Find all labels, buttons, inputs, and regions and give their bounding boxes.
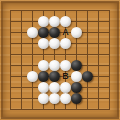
intersection-6-1[interactable] (71, 16, 82, 27)
white-stone (60, 38, 71, 49)
intersection-2-2 (27, 27, 38, 38)
intersection-7-8[interactable] (82, 93, 93, 104)
intersection-3-5 (38, 60, 49, 71)
black-stone (71, 93, 82, 104)
black-stone (49, 71, 60, 82)
intersection-3-7 (38, 82, 49, 93)
intersection-6-2 (71, 27, 82, 38)
intersection-2-6 (27, 71, 38, 82)
intersection-4-1 (49, 16, 60, 27)
intersection-2-4[interactable] (27, 49, 38, 60)
intersection-2-1[interactable] (27, 16, 38, 27)
black-stone (38, 71, 49, 82)
intersection-9-7[interactable] (104, 82, 115, 93)
intersection-9-3[interactable] (104, 38, 115, 49)
intersection-0-6[interactable] (5, 71, 16, 82)
intersection-6-4[interactable] (71, 49, 82, 60)
intersection-2-8[interactable] (27, 93, 38, 104)
intersection-4-6 (49, 71, 60, 82)
intersection-2-0[interactable] (27, 5, 38, 16)
intersection-6-0[interactable] (71, 5, 82, 16)
white-stone (49, 82, 60, 93)
intersection-7-7[interactable] (82, 82, 93, 93)
white-stone (71, 27, 82, 38)
intersection-9-6[interactable] (104, 71, 115, 82)
intersection-4-3 (49, 38, 60, 49)
intersection-3-0[interactable] (38, 5, 49, 16)
intersection-3-6 (38, 71, 49, 82)
intersection-4-4[interactable] (49, 49, 60, 60)
intersection-6-6 (71, 71, 82, 82)
intersection-7-0[interactable] (82, 5, 93, 16)
stones-layer: AB (5, 5, 115, 115)
intersection-1-6[interactable] (16, 71, 27, 82)
intersection-0-3[interactable] (5, 38, 16, 49)
intersection-8-4[interactable] (93, 49, 104, 60)
intersection-5-7 (60, 82, 71, 93)
intersection-8-9[interactable] (93, 104, 104, 115)
intersection-0-7[interactable] (5, 82, 16, 93)
white-stone (27, 71, 38, 82)
intersection-7-4[interactable] (82, 49, 93, 60)
intersection-8-7[interactable] (93, 82, 104, 93)
intersection-9-5[interactable] (104, 60, 115, 71)
intersection-5-2[interactable]: A (60, 27, 71, 38)
intersection-0-4[interactable] (5, 49, 16, 60)
go-board[interactable]: AB (0, 0, 120, 120)
white-stone (60, 93, 71, 104)
intersection-5-9[interactable] (60, 104, 71, 115)
intersection-3-8 (38, 93, 49, 104)
white-stone (49, 60, 60, 71)
intersection-0-0[interactable] (5, 5, 16, 16)
intersection-4-7 (49, 82, 60, 93)
intersection-8-0[interactable] (93, 5, 104, 16)
intersection-5-0[interactable] (60, 5, 71, 16)
intersection-1-7[interactable] (16, 82, 27, 93)
white-stone (60, 82, 71, 93)
intersection-7-1[interactable] (82, 16, 93, 27)
intersection-4-5 (49, 60, 60, 71)
intersection-5-4[interactable] (60, 49, 71, 60)
intersection-4-2 (49, 27, 60, 38)
intersection-7-5[interactable] (82, 60, 93, 71)
intersection-0-2[interactable] (5, 27, 16, 38)
intersection-4-9[interactable] (49, 104, 60, 115)
intersection-6-9[interactable] (71, 104, 82, 115)
intersection-5-3 (60, 38, 71, 49)
intersection-2-7[interactable] (27, 82, 38, 93)
intersection-2-9[interactable] (27, 104, 38, 115)
intersection-0-5[interactable] (5, 60, 16, 71)
intersection-8-1[interactable] (93, 16, 104, 27)
white-stone (27, 27, 38, 38)
white-stone (38, 60, 49, 71)
intersection-9-8[interactable] (104, 93, 115, 104)
intersection-0-1[interactable] (5, 16, 16, 27)
black-stone (38, 27, 49, 38)
intersection-8-3[interactable] (93, 38, 104, 49)
intersection-4-0[interactable] (49, 5, 60, 16)
intersection-8-8[interactable] (93, 93, 104, 104)
intersection-5-8 (60, 93, 71, 104)
intersection-1-2[interactable] (16, 27, 27, 38)
intersection-9-2[interactable] (104, 27, 115, 38)
intersection-0-9[interactable] (5, 104, 16, 115)
intersection-0-8[interactable] (5, 93, 16, 104)
intersection-2-3[interactable] (27, 38, 38, 49)
intersection-3-9[interactable] (38, 104, 49, 115)
white-stone (38, 82, 49, 93)
white-stone (60, 60, 71, 71)
intersection-9-9[interactable] (104, 104, 115, 115)
intersection-1-5[interactable] (16, 60, 27, 71)
black-stone (82, 71, 93, 82)
intersection-1-0[interactable] (16, 5, 27, 16)
white-stone (38, 16, 49, 27)
go-game-screenshot: AB (0, 0, 120, 120)
intersection-3-3 (38, 38, 49, 49)
black-stone (49, 27, 60, 38)
intersection-7-6 (82, 71, 93, 82)
white-stone (71, 71, 82, 82)
intersection-5-6[interactable]: B (60, 71, 71, 82)
intersection-7-9[interactable] (82, 104, 93, 115)
point-label-B: B (62, 72, 69, 81)
white-stone (49, 16, 60, 27)
intersection-2-5[interactable] (27, 60, 38, 71)
intersection-1-8[interactable] (16, 93, 27, 104)
intersection-9-4[interactable] (104, 49, 115, 60)
intersection-1-9[interactable] (16, 104, 27, 115)
point-label-A: A (62, 28, 69, 37)
intersection-9-1[interactable] (104, 16, 115, 27)
intersection-6-7 (71, 82, 82, 93)
intersection-7-3[interactable] (82, 38, 93, 49)
intersection-3-4[interactable] (38, 49, 49, 60)
white-stone (38, 38, 49, 49)
intersection-3-1 (38, 16, 49, 27)
intersection-4-8 (49, 93, 60, 104)
black-stone (71, 60, 82, 71)
intersection-9-0[interactable] (104, 5, 115, 16)
intersection-5-1 (60, 16, 71, 27)
white-stone (49, 93, 60, 104)
intersection-8-6[interactable] (93, 71, 104, 82)
intersection-5-5 (60, 60, 71, 71)
intersection-3-2 (38, 27, 49, 38)
white-stone (49, 38, 60, 49)
intersection-6-5 (71, 60, 82, 71)
intersection-8-5[interactable] (93, 60, 104, 71)
intersection-1-4[interactable] (16, 49, 27, 60)
black-stone (71, 82, 82, 93)
intersection-7-2[interactable] (82, 27, 93, 38)
intersection-8-2[interactable] (93, 27, 104, 38)
white-stone (38, 93, 49, 104)
white-stone (60, 16, 71, 27)
intersection-6-8 (71, 93, 82, 104)
intersection-6-3[interactable] (71, 38, 82, 49)
intersection-1-3[interactable] (16, 38, 27, 49)
intersection-1-1[interactable] (16, 16, 27, 27)
